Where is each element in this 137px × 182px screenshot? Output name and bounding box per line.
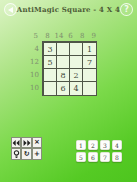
cell-r3c2[interactable]: 8 xyxy=(57,69,70,82)
redo-button[interactable] xyxy=(21,137,31,148)
erase-button[interactable]: × xyxy=(32,137,42,148)
col-sum-2: 14 xyxy=(53,31,65,41)
plus-icon: + xyxy=(34,151,40,158)
num-button-7[interactable]: 7 xyxy=(100,152,110,162)
help-button[interactable]: ? xyxy=(120,3,133,16)
help-icon: ? xyxy=(124,5,129,14)
col-sum-4: 8 xyxy=(76,31,88,41)
cell-r1c1[interactable]: 3 xyxy=(44,43,57,56)
main-diagonal-sum: 5 xyxy=(30,31,42,41)
cell-r3c3[interactable]: 2 xyxy=(70,69,83,82)
num-button-4[interactable]: 4 xyxy=(112,140,122,150)
num-button-1[interactable]: 1 xyxy=(76,140,86,150)
num-button-2[interactable]: 2 xyxy=(88,140,98,150)
cell-r1c4[interactable]: 1 xyxy=(83,43,96,56)
row-sum-1: 4 xyxy=(26,43,42,56)
cell-r2c3[interactable] xyxy=(70,56,83,69)
cell-r1c3[interactable] xyxy=(70,43,83,56)
control-pad: × ↻ + xyxy=(11,137,42,160)
col-sum-3: 6 xyxy=(65,31,77,41)
page-title: AntiMagic Square - 4 X 4 xyxy=(0,5,137,14)
puzzle-grid: 3 1 5 7 8 2 6 4 xyxy=(42,41,97,96)
undo-button[interactable] xyxy=(11,137,21,148)
cell-r3c1[interactable] xyxy=(44,69,57,82)
add-button[interactable]: + xyxy=(32,148,42,159)
puzzle-board: 5 8 14 6 8 9 4 12 10 10 3 1 5 7 xyxy=(26,31,100,96)
cell-r2c2[interactable] xyxy=(57,56,70,69)
cell-r4c4[interactable] xyxy=(83,82,96,95)
cell-r2c1[interactable]: 5 xyxy=(44,56,57,69)
cell-r2c4[interactable]: 7 xyxy=(83,56,96,69)
app-screen: AntiMagic Square - 4 X 4 ? 5 8 14 6 8 9 … xyxy=(0,0,137,182)
col-sum-1: 8 xyxy=(42,31,54,41)
anti-diagonal-sum: 9 xyxy=(88,31,100,41)
restart-button[interactable]: ↻ xyxy=(21,148,31,159)
cell-r4c1[interactable] xyxy=(44,82,57,95)
hint-button[interactable] xyxy=(11,148,21,159)
cell-r3c4[interactable] xyxy=(83,69,96,82)
row-sum-3: 10 xyxy=(26,69,42,82)
num-button-8[interactable]: 8 xyxy=(112,152,122,162)
close-icon: × xyxy=(34,139,40,146)
num-button-5[interactable]: 5 xyxy=(76,152,86,162)
number-pad: 1 2 3 4 5 6 7 8 xyxy=(76,140,122,162)
column-sum-labels: 5 8 14 6 8 9 xyxy=(26,31,100,41)
cell-r1c2[interactable] xyxy=(57,43,70,56)
row-sum-4: 10 xyxy=(26,82,42,95)
row-sum-labels: 4 12 10 10 xyxy=(26,41,42,96)
num-button-6[interactable]: 6 xyxy=(88,152,98,162)
restart-icon: ↻ xyxy=(24,151,30,158)
cell-r4c3[interactable]: 4 xyxy=(70,82,83,95)
lightbulb-icon xyxy=(13,150,20,159)
rewind-icon xyxy=(12,140,20,146)
fast-forward-icon xyxy=(23,140,31,146)
row-sum-2: 12 xyxy=(26,56,42,69)
cell-r4c2[interactable]: 6 xyxy=(57,82,70,95)
num-button-3[interactable]: 3 xyxy=(100,140,110,150)
